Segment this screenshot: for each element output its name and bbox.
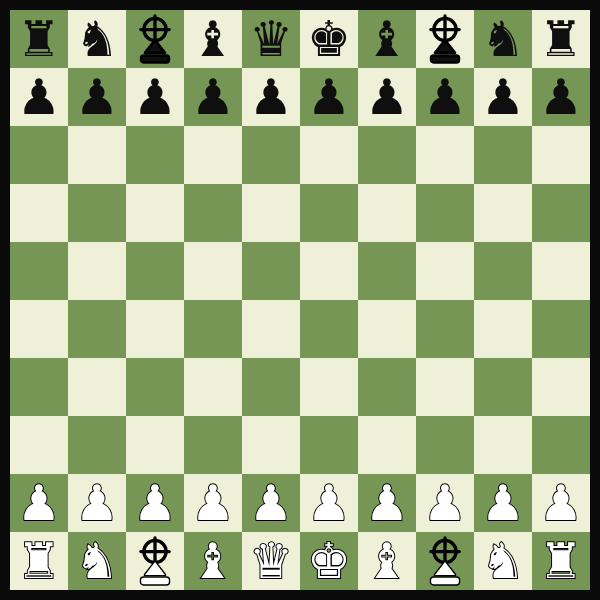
square-j2[interactable]: ♟	[532, 474, 590, 532]
square-h2[interactable]: ♟	[416, 474, 474, 532]
square-h5[interactable]	[416, 300, 474, 358]
square-f5[interactable]	[300, 300, 358, 358]
piece-white-pawn[interactable]: ♟	[242, 474, 300, 532]
square-i6[interactable]	[474, 242, 532, 300]
square-e8[interactable]	[242, 126, 300, 184]
square-h8[interactable]	[416, 126, 474, 184]
square-e5[interactable]	[242, 300, 300, 358]
piece-white-pawn[interactable]: ♟	[532, 474, 590, 532]
square-j9[interactable]: ♟	[532, 68, 590, 126]
piece-black-pawn[interactable]: ♟	[68, 68, 126, 126]
square-e3[interactable]	[242, 416, 300, 474]
square-i8[interactable]	[474, 126, 532, 184]
orb-icon	[420, 536, 470, 586]
square-g2[interactable]: ♟	[358, 474, 416, 532]
piece-white-bishop[interactable]: ♝	[184, 532, 242, 590]
square-a7[interactable]	[10, 184, 68, 242]
square-i7[interactable]	[474, 184, 532, 242]
orb-icon	[420, 14, 470, 64]
piece-black-pawn[interactable]: ♟	[126, 68, 184, 126]
piece-white-pawn[interactable]: ♟	[10, 474, 68, 532]
piece-black-rook[interactable]: ♜	[532, 10, 590, 68]
square-f8[interactable]	[300, 126, 358, 184]
square-j4[interactable]	[532, 358, 590, 416]
piece-black-pawn[interactable]: ♟	[242, 68, 300, 126]
piece-black-pawn[interactable]: ♟	[358, 68, 416, 126]
piece-black-rook[interactable]: ♜	[10, 10, 68, 68]
square-c5[interactable]	[126, 300, 184, 358]
square-h3[interactable]	[416, 416, 474, 474]
square-d10[interactable]: ♝	[184, 10, 242, 68]
square-b6[interactable]	[68, 242, 126, 300]
square-b4[interactable]	[68, 358, 126, 416]
piece-black-queen[interactable]: ♛	[242, 10, 300, 68]
square-b10[interactable]: ♞	[68, 10, 126, 68]
square-j3[interactable]	[532, 416, 590, 474]
orb-icon	[130, 536, 180, 586]
square-b5[interactable]	[68, 300, 126, 358]
square-a1[interactable]: ♜	[10, 532, 68, 590]
square-d5[interactable]	[184, 300, 242, 358]
square-c3[interactable]	[126, 416, 184, 474]
piece-white-pawn[interactable]: ♟	[358, 474, 416, 532]
square-c7[interactable]	[126, 184, 184, 242]
piece-black-knight[interactable]: ♞	[68, 10, 126, 68]
piece-black-pawn[interactable]: ♟	[300, 68, 358, 126]
piece-white-bishop[interactable]: ♝	[358, 532, 416, 590]
square-f3[interactable]	[300, 416, 358, 474]
piece-black-pawn[interactable]: ♟	[474, 68, 532, 126]
square-a5[interactable]	[10, 300, 68, 358]
square-f9[interactable]: ♟	[300, 68, 358, 126]
square-f10[interactable]: ♚	[300, 10, 358, 68]
square-f4[interactable]	[300, 358, 358, 416]
piece-white-pawn[interactable]: ♟	[184, 474, 242, 532]
square-c2[interactable]: ♟	[126, 474, 184, 532]
square-i10[interactable]: ♞	[474, 10, 532, 68]
piece-black-king[interactable]: ♚	[300, 10, 358, 68]
square-c9[interactable]: ♟	[126, 68, 184, 126]
square-g1[interactable]: ♝	[358, 532, 416, 590]
square-j7[interactable]	[532, 184, 590, 242]
square-a4[interactable]	[10, 358, 68, 416]
piece-white-pawn[interactable]: ♟	[126, 474, 184, 532]
square-b3[interactable]	[68, 416, 126, 474]
square-g4[interactable]	[358, 358, 416, 416]
piece-white-orb[interactable]	[126, 532, 184, 590]
piece-white-queen[interactable]: ♛	[242, 532, 300, 590]
square-d1[interactable]: ♝	[184, 532, 242, 590]
square-e6[interactable]	[242, 242, 300, 300]
square-f6[interactable]	[300, 242, 358, 300]
square-b7[interactable]	[68, 184, 126, 242]
square-i9[interactable]: ♟	[474, 68, 532, 126]
square-c10[interactable]	[126, 10, 184, 68]
chessboard: ♜♞♝♛♚♝♞♜♟♟♟♟♟♟♟♟♟♟♟♟♟♟♟♟♟♟♟♟♜♞♝♛♚♝♞♜	[10, 10, 590, 590]
piece-white-king[interactable]: ♚	[300, 532, 358, 590]
square-b1[interactable]: ♞	[68, 532, 126, 590]
square-f1[interactable]: ♚	[300, 532, 358, 590]
board-frame: ♜♞♝♛♚♝♞♜♟♟♟♟♟♟♟♟♟♟♟♟♟♟♟♟♟♟♟♟♜♞♝♛♚♝♞♜	[0, 0, 600, 600]
square-g10[interactable]: ♝	[358, 10, 416, 68]
piece-white-pawn[interactable]: ♟	[68, 474, 126, 532]
square-g3[interactable]	[358, 416, 416, 474]
piece-white-rook[interactable]: ♜	[532, 532, 590, 590]
square-e10[interactable]: ♛	[242, 10, 300, 68]
square-d7[interactable]	[184, 184, 242, 242]
piece-white-rook[interactable]: ♜	[10, 532, 68, 590]
square-c6[interactable]	[126, 242, 184, 300]
square-f7[interactable]	[300, 184, 358, 242]
piece-white-pawn[interactable]: ♟	[474, 474, 532, 532]
piece-black-orb[interactable]	[126, 10, 184, 68]
square-i2[interactable]: ♟	[474, 474, 532, 532]
square-d9[interactable]: ♟	[184, 68, 242, 126]
square-g9[interactable]: ♟	[358, 68, 416, 126]
square-a3[interactable]	[10, 416, 68, 474]
piece-white-knight[interactable]: ♞	[474, 532, 532, 590]
square-i1[interactable]: ♞	[474, 532, 532, 590]
square-e2[interactable]: ♟	[242, 474, 300, 532]
square-c4[interactable]	[126, 358, 184, 416]
square-d2[interactable]: ♟	[184, 474, 242, 532]
square-d3[interactable]	[184, 416, 242, 474]
square-b8[interactable]	[68, 126, 126, 184]
square-j8[interactable]	[532, 126, 590, 184]
square-g6[interactable]	[358, 242, 416, 300]
piece-black-pawn[interactable]: ♟	[184, 68, 242, 126]
square-a10[interactable]: ♜	[10, 10, 68, 68]
piece-black-bishop[interactable]: ♝	[184, 10, 242, 68]
square-h4[interactable]	[416, 358, 474, 416]
square-a8[interactable]	[10, 126, 68, 184]
piece-black-orb[interactable]	[416, 10, 474, 68]
square-h7[interactable]	[416, 184, 474, 242]
square-d4[interactable]	[184, 358, 242, 416]
piece-black-bishop[interactable]: ♝	[358, 10, 416, 68]
square-c1[interactable]	[126, 532, 184, 590]
square-b2[interactable]: ♟	[68, 474, 126, 532]
square-d8[interactable]	[184, 126, 242, 184]
square-g5[interactable]	[358, 300, 416, 358]
piece-white-pawn[interactable]: ♟	[300, 474, 358, 532]
square-g8[interactable]	[358, 126, 416, 184]
orb-icon	[130, 14, 180, 64]
square-c8[interactable]	[126, 126, 184, 184]
square-d6[interactable]	[184, 242, 242, 300]
piece-white-pawn[interactable]: ♟	[416, 474, 474, 532]
square-a9[interactable]: ♟	[10, 68, 68, 126]
square-j10[interactable]: ♜	[532, 10, 590, 68]
square-a2[interactable]: ♟	[10, 474, 68, 532]
square-g7[interactable]	[358, 184, 416, 242]
square-e7[interactable]	[242, 184, 300, 242]
square-i4[interactable]	[474, 358, 532, 416]
square-e1[interactable]: ♛	[242, 532, 300, 590]
piece-black-pawn[interactable]: ♟	[10, 68, 68, 126]
square-a6[interactable]	[10, 242, 68, 300]
square-e4[interactable]	[242, 358, 300, 416]
square-b9[interactable]: ♟	[68, 68, 126, 126]
square-j6[interactable]	[532, 242, 590, 300]
square-j5[interactable]	[532, 300, 590, 358]
square-f2[interactable]: ♟	[300, 474, 358, 532]
square-e9[interactable]: ♟	[242, 68, 300, 126]
square-i3[interactable]	[474, 416, 532, 474]
square-h6[interactable]	[416, 242, 474, 300]
square-j1[interactable]: ♜	[532, 532, 590, 590]
piece-white-orb[interactable]	[416, 532, 474, 590]
piece-white-knight[interactable]: ♞	[68, 532, 126, 590]
square-h1[interactable]	[416, 532, 474, 590]
square-i5[interactable]	[474, 300, 532, 358]
piece-black-pawn[interactable]: ♟	[532, 68, 590, 126]
piece-black-knight[interactable]: ♞	[474, 10, 532, 68]
square-h9[interactable]: ♟	[416, 68, 474, 126]
piece-black-pawn[interactable]: ♟	[416, 68, 474, 126]
square-h10[interactable]	[416, 10, 474, 68]
